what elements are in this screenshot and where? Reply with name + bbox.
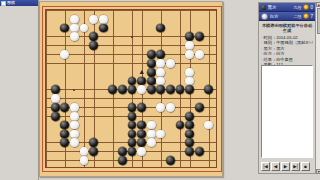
stone-white[interactable] (147, 121, 156, 130)
stone-white[interactable] (70, 138, 79, 147)
stone-black[interactable] (108, 85, 117, 94)
stone-black[interactable] (195, 147, 204, 156)
stone-black[interactable] (89, 147, 98, 156)
left-panel-header[interactable]: 围棋 (0, 0, 38, 6)
scroll-up-icon[interactable]: ▲ (316, 2, 320, 7)
stone-black[interactable] (156, 24, 165, 33)
stone-black[interactable] (60, 24, 69, 33)
stone-black[interactable] (128, 112, 137, 121)
stone-white[interactable] (70, 121, 79, 130)
stone-black[interactable] (128, 85, 137, 94)
stone-black[interactable] (176, 85, 185, 94)
stone-black[interactable] (137, 103, 146, 112)
coin-icon (303, 4, 309, 10)
stone-white[interactable] (70, 15, 79, 24)
nav-button[interactable]: |◀ (261, 162, 270, 171)
scrollbar-thumb[interactable] (317, 8, 320, 34)
stone-black[interactable] (185, 121, 194, 130)
star-point (73, 89, 75, 91)
stone-black[interactable] (118, 147, 127, 156)
nav-button[interactable]: ◀ (271, 162, 280, 171)
stone-white[interactable] (70, 24, 79, 33)
stone-black[interactable] (89, 41, 98, 50)
stone-black[interactable] (185, 85, 194, 94)
stone-black[interactable] (99, 24, 108, 33)
stone-white[interactable] (156, 59, 165, 68)
stone-black[interactable] (147, 59, 156, 68)
stone-black[interactable] (195, 32, 204, 41)
stone-white[interactable] (195, 50, 204, 59)
game-info-line: 规则：中国规则（黑贴3¾子） (261, 40, 313, 45)
black-player-rank: 九段 (293, 5, 301, 10)
stone-black[interactable] (137, 130, 146, 139)
stone-black[interactable] (156, 50, 165, 59)
nav-button[interactable]: ▶ (281, 162, 290, 171)
stone-white[interactable] (147, 130, 156, 139)
stone-black[interactable] (204, 85, 213, 94)
stone-white[interactable] (156, 77, 165, 86)
stone-black[interactable] (137, 121, 146, 130)
stone-black[interactable] (51, 103, 60, 112)
stone-black[interactable] (128, 77, 137, 86)
stone-white[interactable] (80, 147, 89, 156)
white-player-rank: 二段 (293, 14, 301, 19)
stone-white[interactable] (137, 147, 146, 156)
stone-white[interactable] (185, 41, 194, 50)
last-move-marker: ▲ (138, 68, 145, 75)
stone-black[interactable] (137, 77, 146, 86)
stone-white[interactable] (166, 103, 175, 112)
comment-area[interactable] (261, 65, 313, 158)
stone-black[interactable] (128, 138, 137, 147)
stone-black[interactable] (147, 68, 156, 77)
stone-white[interactable] (51, 94, 60, 103)
stone-white[interactable] (137, 85, 146, 94)
stone-black[interactable] (147, 85, 156, 94)
stone-black[interactable] (60, 103, 69, 112)
stone-black[interactable] (128, 103, 137, 112)
nav-button[interactable]: ▶| (291, 162, 300, 171)
stone-white[interactable] (80, 24, 89, 33)
scroll-down-icon[interactable]: ▼ (316, 169, 320, 174)
stone-black[interactable] (118, 85, 127, 94)
stone-white[interactable] (185, 77, 194, 86)
star-point (131, 36, 133, 38)
player-bar-white[interactable]: 白方 二段 7 (259, 12, 315, 21)
stone-white[interactable] (185, 68, 194, 77)
stone-black[interactable] (128, 130, 137, 139)
white-stone-icon (261, 13, 268, 20)
stone-white[interactable] (156, 103, 165, 112)
player-bar-black[interactable]: 黑方 九段 0 (259, 3, 315, 12)
kifu-nav-toolbar: |◀◀▶▶|■ (261, 161, 313, 171)
stone-black[interactable] (185, 32, 194, 41)
go-board[interactable]: ▲ (39, 1, 223, 177)
stone-black[interactable] (89, 32, 98, 41)
stone-black[interactable] (60, 121, 69, 130)
black-stone-icon (261, 5, 266, 10)
stone-black[interactable] (185, 147, 194, 156)
black-player-name: 黑方 (268, 5, 292, 10)
stone-black[interactable] (118, 156, 127, 165)
stone-white[interactable] (166, 59, 175, 68)
white-player-name: 白方 (270, 14, 292, 19)
stone-black[interactable] (176, 121, 185, 130)
game-info-panel: 黑方 九段 0 白方 二段 7 本棋谱由围棋对弈平台自动生成 时间：2014-0… (258, 2, 316, 174)
panel-scrollbar[interactable]: ▲ ▼ (315, 2, 320, 174)
stone-white[interactable] (156, 68, 165, 77)
stone-black[interactable] (147, 77, 156, 86)
coin-icon (303, 13, 309, 19)
nav-button[interactable]: ■ (301, 162, 310, 171)
stone-black[interactable] (185, 130, 194, 139)
stone-black[interactable] (166, 156, 175, 165)
stone-white[interactable] (80, 156, 89, 165)
stone-white[interactable] (70, 32, 79, 41)
stone-black[interactable] (89, 138, 98, 147)
stone-white[interactable] (60, 50, 69, 59)
stone-white[interactable] (89, 15, 98, 24)
app-icon (1, 1, 6, 6)
stone-white[interactable] (70, 130, 79, 139)
stone-black[interactable] (60, 130, 69, 139)
stone-white[interactable] (70, 112, 79, 121)
stone-black[interactable] (51, 112, 60, 121)
stone-black[interactable] (128, 147, 137, 156)
window-title: 围棋 (7, 0, 15, 6)
black-coin-count: 0 (310, 5, 313, 10)
stone-black[interactable] (147, 50, 156, 59)
game-info-header: 本棋谱由围棋对弈平台自动生成 (261, 23, 313, 34)
left-toolbar-panel: 围棋 (0, 0, 39, 180)
stone-black[interactable] (185, 112, 194, 121)
stone-white[interactable] (70, 103, 79, 112)
stone-white[interactable] (156, 130, 165, 139)
stone-black[interactable] (156, 85, 165, 94)
go-app-window: 围棋 ▲ 黑方 九段 0 白方 二段 7 本棋谱由围棋对弈平台自动生成 时间：2… (0, 0, 320, 180)
stone-black[interactable] (51, 85, 60, 94)
white-coin-count: 7 (310, 14, 313, 19)
stone-black[interactable] (128, 121, 137, 130)
stone-black[interactable] (195, 103, 204, 112)
stone-black[interactable] (60, 138, 69, 147)
stone-black[interactable] (166, 85, 175, 94)
stone-white[interactable] (185, 50, 194, 59)
stone-white[interactable] (204, 121, 213, 130)
stone-white[interactable] (99, 15, 108, 24)
stone-black[interactable] (137, 138, 146, 147)
stone-white[interactable] (147, 138, 156, 147)
stone-black[interactable] (185, 138, 194, 147)
board-grid[interactable]: ▲ (45, 9, 218, 168)
